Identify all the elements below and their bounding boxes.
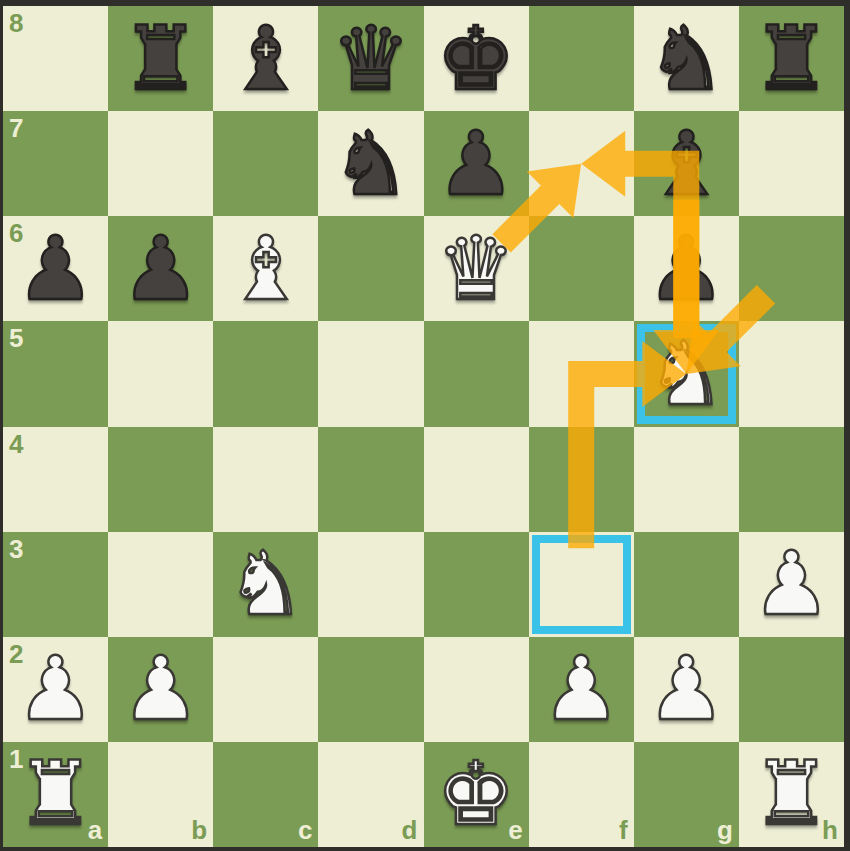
square-d1[interactable]: d <box>318 742 423 847</box>
square-d2[interactable] <box>318 637 423 742</box>
file-label-c: c <box>298 815 312 846</box>
piece-black-knight[interactable]: ♞ <box>318 111 423 216</box>
piece-white-rook[interactable]: ♜ <box>739 742 844 847</box>
square-c5[interactable] <box>213 321 318 426</box>
rank-label-4: 4 <box>9 429 23 460</box>
square-f5[interactable] <box>529 321 634 426</box>
square-g4[interactable] <box>634 427 739 532</box>
piece-black-pawn[interactable]: ♟ <box>424 111 529 216</box>
square-e1[interactable]: e♚ <box>424 742 529 847</box>
square-c2[interactable] <box>213 637 318 742</box>
square-a1[interactable]: 1a♜ <box>3 742 108 847</box>
square-g6[interactable]: ♟ <box>634 216 739 321</box>
square-e2[interactable] <box>424 637 529 742</box>
square-f2[interactable]: ♟ <box>529 637 634 742</box>
file-label-g: g <box>717 815 733 846</box>
square-g8[interactable]: ♞ <box>634 6 739 111</box>
square-b4[interactable] <box>108 427 213 532</box>
square-c1[interactable]: c <box>213 742 318 847</box>
square-c6[interactable]: ♝ <box>213 216 318 321</box>
square-e3[interactable] <box>424 532 529 637</box>
square-h4[interactable] <box>739 427 844 532</box>
square-h2[interactable] <box>739 637 844 742</box>
square-c4[interactable] <box>213 427 318 532</box>
square-b2[interactable]: ♟ <box>108 637 213 742</box>
piece-black-pawn[interactable]: ♟ <box>3 216 108 321</box>
piece-white-pawn[interactable]: ♟ <box>529 637 634 742</box>
piece-black-pawn[interactable]: ♟ <box>634 216 739 321</box>
square-a4[interactable]: 4 <box>3 427 108 532</box>
piece-white-king[interactable]: ♚ <box>424 742 529 847</box>
square-d8[interactable]: ♛ <box>318 6 423 111</box>
square-e6[interactable]: ♛ <box>424 216 529 321</box>
piece-white-pawn[interactable]: ♟ <box>634 637 739 742</box>
rank-label-8: 8 <box>9 8 23 39</box>
square-e8[interactable]: ♚ <box>424 6 529 111</box>
square-b1[interactable]: b <box>108 742 213 847</box>
square-d5[interactable] <box>318 321 423 426</box>
piece-black-knight[interactable]: ♞ <box>634 6 739 111</box>
square-a5[interactable]: 5 <box>3 321 108 426</box>
piece-black-rook[interactable]: ♜ <box>739 6 844 111</box>
square-a7[interactable]: 7 <box>3 111 108 216</box>
square-g3[interactable] <box>634 532 739 637</box>
square-a3[interactable]: 3 <box>3 532 108 637</box>
square-h7[interactable] <box>739 111 844 216</box>
square-b5[interactable] <box>108 321 213 426</box>
square-g7[interactable]: ♝ <box>634 111 739 216</box>
square-d4[interactable] <box>318 427 423 532</box>
square-a6[interactable]: 6♟ <box>3 216 108 321</box>
square-h1[interactable]: h♜ <box>739 742 844 847</box>
square-e4[interactable] <box>424 427 529 532</box>
square-d7[interactable]: ♞ <box>318 111 423 216</box>
square-d3[interactable] <box>318 532 423 637</box>
square-b8[interactable]: ♜ <box>108 6 213 111</box>
square-f7[interactable] <box>529 111 634 216</box>
square-e5[interactable] <box>424 321 529 426</box>
file-label-f: f <box>619 815 628 846</box>
square-g5[interactable]: ♞ <box>634 321 739 426</box>
square-h3[interactable]: ♟ <box>739 532 844 637</box>
piece-black-pawn[interactable]: ♟ <box>108 216 213 321</box>
file-label-d: d <box>402 815 418 846</box>
square-f3[interactable] <box>529 532 634 637</box>
piece-black-bishop[interactable]: ♝ <box>213 6 318 111</box>
piece-white-rook[interactable]: ♜ <box>3 742 108 847</box>
piece-black-bishop[interactable]: ♝ <box>634 111 739 216</box>
file-label-b: b <box>191 815 207 846</box>
square-b7[interactable] <box>108 111 213 216</box>
square-e7[interactable]: ♟ <box>424 111 529 216</box>
piece-white-queen[interactable]: ♛ <box>424 216 529 321</box>
square-a8[interactable]: 8 <box>3 6 108 111</box>
piece-white-pawn[interactable]: ♟ <box>108 637 213 742</box>
square-h8[interactable]: ♜ <box>739 6 844 111</box>
rank-label-3: 3 <box>9 534 23 565</box>
square-c7[interactable] <box>213 111 318 216</box>
square-b6[interactable]: ♟ <box>108 216 213 321</box>
piece-white-knight[interactable]: ♞ <box>213 532 318 637</box>
piece-white-pawn[interactable]: ♟ <box>3 637 108 742</box>
square-h5[interactable] <box>739 321 844 426</box>
chess-app: 8♜♝♛♚♞♜7♞♟♝6♟♟♝♛♟5♞43♞♟2♟♟♟♟1a♜bcde♚fgh♜ <box>0 0 850 851</box>
chess-board[interactable]: 8♜♝♛♚♞♜7♞♟♝6♟♟♝♛♟5♞43♞♟2♟♟♟♟1a♜bcde♚fgh♜ <box>3 6 844 847</box>
square-b3[interactable] <box>108 532 213 637</box>
square-c8[interactable]: ♝ <box>213 6 318 111</box>
square-g1[interactable]: g <box>634 742 739 847</box>
square-c3[interactable]: ♞ <box>213 532 318 637</box>
square-f4[interactable] <box>529 427 634 532</box>
piece-black-king[interactable]: ♚ <box>424 6 529 111</box>
square-f6[interactable] <box>529 216 634 321</box>
piece-black-rook[interactable]: ♜ <box>108 6 213 111</box>
highlight-f3 <box>532 535 631 634</box>
square-g2[interactable]: ♟ <box>634 637 739 742</box>
square-f8[interactable] <box>529 6 634 111</box>
piece-white-pawn[interactable]: ♟ <box>739 532 844 637</box>
piece-black-queen[interactable]: ♛ <box>318 6 423 111</box>
rank-label-5: 5 <box>9 323 23 354</box>
piece-white-bishop[interactable]: ♝ <box>213 216 318 321</box>
square-a2[interactable]: 2♟ <box>3 637 108 742</box>
square-h6[interactable] <box>739 216 844 321</box>
square-d6[interactable] <box>318 216 423 321</box>
square-f1[interactable]: f <box>529 742 634 847</box>
piece-white-knight[interactable]: ♞ <box>634 321 739 426</box>
rank-label-7: 7 <box>9 113 23 144</box>
